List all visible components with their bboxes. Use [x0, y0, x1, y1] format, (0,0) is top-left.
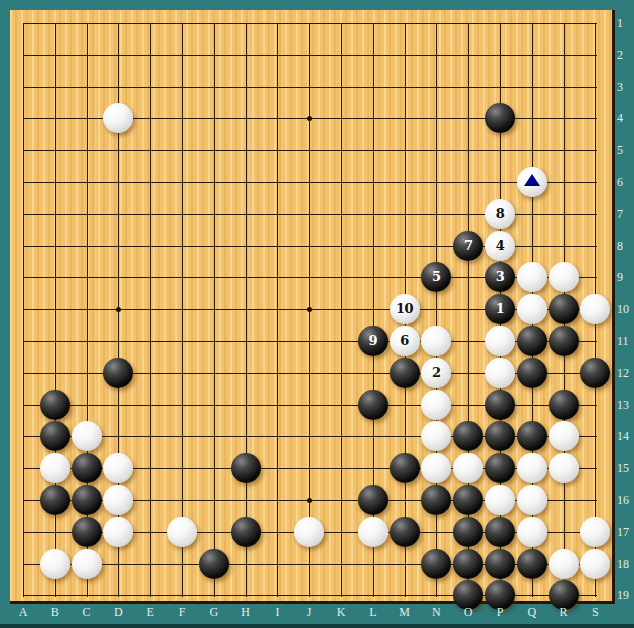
column-label-K: K [331, 604, 351, 620]
stone-black-G18 [199, 549, 229, 579]
stone-white-Q6 [517, 167, 547, 197]
stone-black-C15 [72, 453, 102, 483]
stone-black-Q14 [517, 421, 547, 451]
row-label-7: 7 [617, 207, 634, 221]
stone-black-Q11 [517, 326, 547, 356]
column-label-O: O [458, 604, 478, 620]
column-label-R: R [554, 604, 574, 620]
row-label-15: 15 [617, 461, 634, 475]
stone-white-N13 [421, 390, 451, 420]
stone-black-R11 [549, 326, 579, 356]
column-label-N: N [426, 604, 446, 620]
move-number: 1 [496, 294, 505, 324]
stone-white-D17 [103, 517, 133, 547]
row-label-8: 8 [617, 239, 634, 253]
stone-white-N12: 2 [421, 358, 451, 388]
move-number: 9 [369, 326, 378, 356]
column-label-B: B [45, 604, 65, 620]
row-label-14: 14 [617, 429, 634, 443]
stone-white-S17 [580, 517, 610, 547]
stone-black-D12 [103, 358, 133, 388]
stone-black-M15 [390, 453, 420, 483]
column-label-G: G [204, 604, 224, 620]
stone-black-P15 [485, 453, 515, 483]
stone-white-R14 [549, 421, 579, 451]
stone-black-P10: 1 [485, 294, 515, 324]
column-label-D: D [108, 604, 128, 620]
stone-black-B13 [40, 390, 70, 420]
stone-white-R15 [549, 453, 579, 483]
row-label-2: 2 [617, 48, 634, 62]
move-number: 6 [400, 326, 409, 356]
row-label-9: 9 [617, 270, 634, 284]
column-label-S: S [585, 604, 605, 620]
bottom-band [0, 624, 634, 628]
stone-white-Q16 [517, 485, 547, 515]
row-label-13: 13 [617, 398, 634, 412]
stone-white-M10: 10 [390, 294, 420, 324]
column-label-J: J [299, 604, 319, 620]
stone-black-L13 [358, 390, 388, 420]
goban-screen: 87453101962 ABCDEFGHIJKLMNOPQRS123456789… [0, 0, 634, 628]
stone-black-L16 [358, 485, 388, 515]
move-number: 8 [496, 199, 505, 229]
stone-black-M12 [390, 358, 420, 388]
stone-black-H17 [231, 517, 261, 547]
stone-white-R9 [549, 262, 579, 292]
triangle-marker-icon [524, 174, 540, 186]
stone-black-B14 [40, 421, 70, 451]
row-label-4: 4 [617, 111, 634, 125]
stone-white-Q15 [517, 453, 547, 483]
column-label-H: H [236, 604, 256, 620]
column-label-I: I [267, 604, 287, 620]
row-label-10: 10 [617, 302, 634, 316]
column-label-L: L [363, 604, 383, 620]
move-number: 7 [464, 231, 473, 261]
row-label-18: 18 [617, 557, 634, 571]
stone-black-C16 [72, 485, 102, 515]
stone-white-C18 [72, 549, 102, 579]
stone-black-P13 [485, 390, 515, 420]
row-label-19: 19 [617, 588, 634, 602]
column-label-C: C [77, 604, 97, 620]
column-label-M: M [395, 604, 415, 620]
move-number: 3 [496, 262, 505, 292]
stone-white-C14 [72, 421, 102, 451]
stone-white-P7: 8 [485, 199, 515, 229]
row-label-3: 3 [617, 80, 634, 94]
stone-white-S18 [580, 549, 610, 579]
stone-black-H15 [231, 453, 261, 483]
stone-black-S12 [580, 358, 610, 388]
stone-black-L11: 9 [358, 326, 388, 356]
stone-white-F17 [167, 517, 197, 547]
move-number: 4 [496, 231, 505, 261]
row-label-6: 6 [617, 175, 634, 189]
stone-white-M11: 6 [390, 326, 420, 356]
stone-white-L17 [358, 517, 388, 547]
row-label-17: 17 [617, 525, 634, 539]
stone-black-O17 [453, 517, 483, 547]
column-label-P: P [490, 604, 510, 620]
column-label-A: A [13, 604, 33, 620]
stone-white-Q10 [517, 294, 547, 324]
move-number: 5 [432, 262, 441, 292]
stone-black-M17 [390, 517, 420, 547]
column-label-F: F [172, 604, 192, 620]
go-board[interactable]: 87453101962 [10, 10, 615, 604]
stone-white-P12 [485, 358, 515, 388]
stone-black-P18 [485, 549, 515, 579]
stone-white-P11 [485, 326, 515, 356]
column-label-Q: Q [522, 604, 542, 620]
stone-black-C17 [72, 517, 102, 547]
stone-black-Q12 [517, 358, 547, 388]
stone-black-R13 [549, 390, 579, 420]
stone-white-Q17 [517, 517, 547, 547]
row-label-11: 11 [617, 334, 634, 348]
stone-white-P16 [485, 485, 515, 515]
stone-black-R10 [549, 294, 579, 324]
stone-black-O8: 7 [453, 231, 483, 261]
row-label-5: 5 [617, 143, 634, 157]
stone-black-Q18 [517, 549, 547, 579]
stone-white-B18 [40, 549, 70, 579]
stone-white-P8: 4 [485, 231, 515, 261]
stone-black-O16 [453, 485, 483, 515]
row-label-12: 12 [617, 366, 634, 380]
row-label-1: 1 [617, 16, 634, 30]
stone-white-J17 [294, 517, 324, 547]
column-label-E: E [140, 604, 160, 620]
stone-white-Q9 [517, 262, 547, 292]
row-label-16: 16 [617, 493, 634, 507]
stone-black-P17 [485, 517, 515, 547]
move-number: 10 [396, 294, 413, 324]
stone-white-B15 [40, 453, 70, 483]
stone-black-O18 [453, 549, 483, 579]
stone-white-R18 [549, 549, 579, 579]
stone-black-N18 [421, 549, 451, 579]
stone-white-S10 [580, 294, 610, 324]
stone-black-B16 [40, 485, 70, 515]
move-number: 2 [432, 358, 441, 388]
